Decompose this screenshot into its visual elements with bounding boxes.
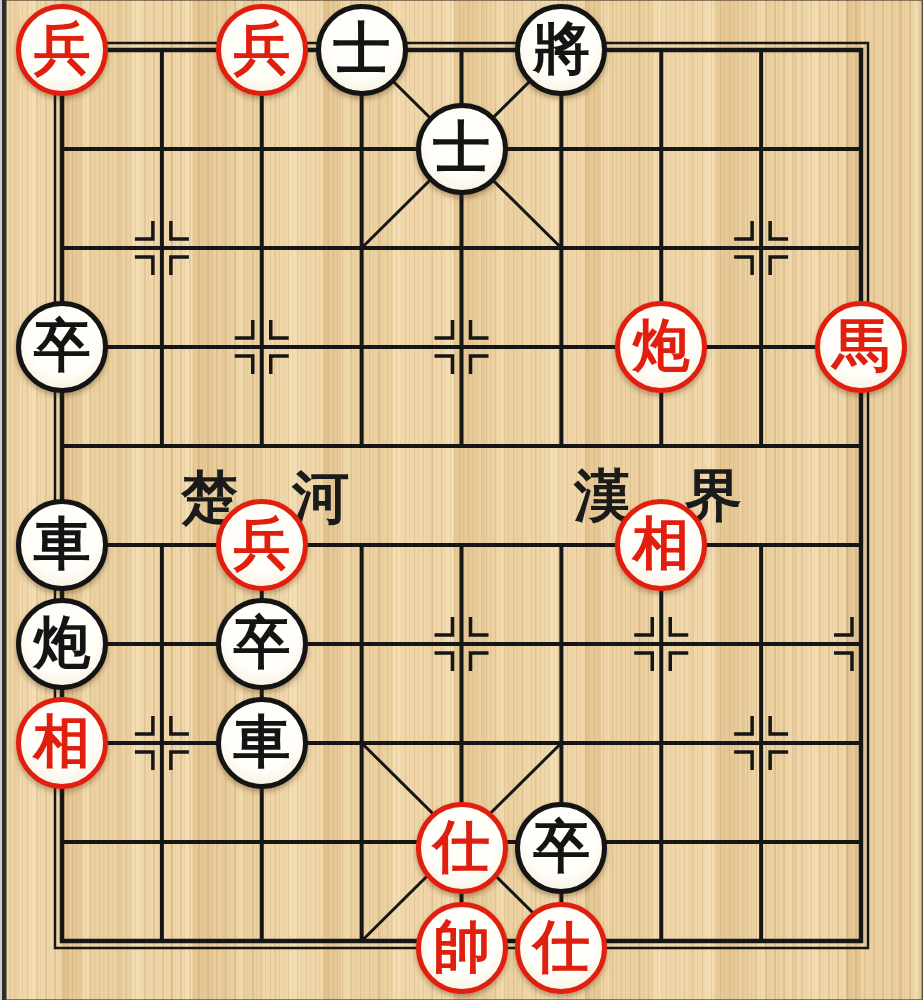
piece-black-chariot[interactable]: 車 — [216, 697, 308, 789]
piece-black-chariot[interactable]: 車 — [16, 499, 108, 591]
piece-red-advisor[interactable]: 仕 — [416, 802, 508, 894]
piece-red-advisor[interactable]: 仕 — [515, 902, 607, 994]
piece-red-soldier[interactable]: 兵 — [16, 4, 108, 96]
piece-black-cannon[interactable]: 炮 — [16, 598, 108, 690]
piece-red-horse[interactable]: 馬 — [815, 301, 907, 393]
piece-red-general[interactable]: 帥 — [416, 902, 508, 994]
piece-black-soldier[interactable]: 卒 — [16, 301, 108, 393]
piece-black-advisor[interactable]: 士 — [316, 4, 408, 96]
piece-black-general[interactable]: 將 — [515, 4, 607, 96]
screen-left-edge — [0, 0, 7, 1000]
piece-red-elephant[interactable]: 相 — [615, 499, 707, 591]
piece-black-soldier[interactable]: 卒 — [515, 802, 607, 894]
piece-black-advisor[interactable]: 士 — [416, 103, 508, 195]
piece-red-soldier[interactable]: 兵 — [216, 4, 308, 96]
piece-red-soldier[interactable]: 兵 — [216, 499, 308, 591]
piece-black-soldier[interactable]: 卒 — [216, 598, 308, 690]
screenshot-root: 楚河 漢界 兵兵士將士卒炮馬車兵相炮卒相車仕卒帥仕 — [0, 0, 923, 1000]
piece-red-elephant[interactable]: 相 — [16, 697, 108, 789]
piece-red-cannon[interactable]: 炮 — [615, 301, 707, 393]
xiangqi-board[interactable]: 楚河 漢界 兵兵士將士卒炮馬車兵相炮卒相車仕卒帥仕 — [0, 0, 923, 1000]
